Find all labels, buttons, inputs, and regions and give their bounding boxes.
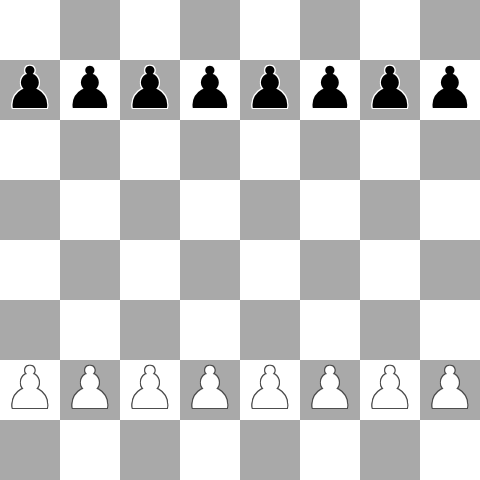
square-c1[interactable] bbox=[120, 420, 180, 480]
black-pawn[interactable]: ♟ bbox=[64, 58, 116, 118]
square-c2[interactable]: ♟ bbox=[120, 360, 180, 420]
square-e2[interactable]: ♟ bbox=[240, 360, 300, 420]
square-a7[interactable]: ♟ bbox=[0, 60, 60, 120]
square-h3[interactable] bbox=[420, 300, 480, 360]
black-pawn[interactable]: ♟ bbox=[424, 58, 476, 118]
white-pawn[interactable]: ♟ bbox=[64, 358, 116, 418]
square-h6[interactable] bbox=[420, 120, 480, 180]
black-pawn[interactable]: ♟ bbox=[244, 58, 296, 118]
square-d3[interactable] bbox=[180, 300, 240, 360]
square-f8[interactable] bbox=[300, 0, 360, 60]
square-b7[interactable]: ♟ bbox=[60, 60, 120, 120]
square-f7[interactable]: ♟ bbox=[300, 60, 360, 120]
square-a1[interactable] bbox=[0, 420, 60, 480]
square-a4[interactable] bbox=[0, 240, 60, 300]
square-e7[interactable]: ♟ bbox=[240, 60, 300, 120]
square-a2[interactable]: ♟ bbox=[0, 360, 60, 420]
square-b5[interactable] bbox=[60, 180, 120, 240]
square-g3[interactable] bbox=[360, 300, 420, 360]
square-b3[interactable] bbox=[60, 300, 120, 360]
square-f1[interactable] bbox=[300, 420, 360, 480]
square-c4[interactable] bbox=[120, 240, 180, 300]
square-e3[interactable] bbox=[240, 300, 300, 360]
square-b8[interactable] bbox=[60, 0, 120, 60]
square-e5[interactable] bbox=[240, 180, 300, 240]
square-f3[interactable] bbox=[300, 300, 360, 360]
black-pawn[interactable]: ♟ bbox=[124, 58, 176, 118]
square-d6[interactable] bbox=[180, 120, 240, 180]
square-d4[interactable] bbox=[180, 240, 240, 300]
square-g2[interactable]: ♟ bbox=[360, 360, 420, 420]
square-a3[interactable] bbox=[0, 300, 60, 360]
square-c5[interactable] bbox=[120, 180, 180, 240]
square-b4[interactable] bbox=[60, 240, 120, 300]
square-g7[interactable]: ♟ bbox=[360, 60, 420, 120]
white-pawn[interactable]: ♟ bbox=[424, 358, 476, 418]
square-c7[interactable]: ♟ bbox=[120, 60, 180, 120]
square-e1[interactable] bbox=[240, 420, 300, 480]
black-pawn[interactable]: ♟ bbox=[304, 58, 356, 118]
white-pawn[interactable]: ♟ bbox=[304, 358, 356, 418]
square-g1[interactable] bbox=[360, 420, 420, 480]
square-d8[interactable] bbox=[180, 0, 240, 60]
square-e6[interactable] bbox=[240, 120, 300, 180]
white-pawn[interactable]: ♟ bbox=[244, 358, 296, 418]
square-g6[interactable] bbox=[360, 120, 420, 180]
square-h4[interactable] bbox=[420, 240, 480, 300]
square-a8[interactable] bbox=[0, 0, 60, 60]
white-pawn[interactable]: ♟ bbox=[184, 358, 236, 418]
chess-board: ♟♟♟♟♟♟♟♟♟♟♟♟♟♟♟♟ bbox=[0, 0, 480, 480]
square-a5[interactable] bbox=[0, 180, 60, 240]
black-pawn[interactable]: ♟ bbox=[184, 58, 236, 118]
square-d1[interactable] bbox=[180, 420, 240, 480]
square-c3[interactable] bbox=[120, 300, 180, 360]
square-g5[interactable] bbox=[360, 180, 420, 240]
square-h5[interactable] bbox=[420, 180, 480, 240]
square-d7[interactable]: ♟ bbox=[180, 60, 240, 120]
white-pawn[interactable]: ♟ bbox=[364, 358, 416, 418]
white-pawn[interactable]: ♟ bbox=[124, 358, 176, 418]
white-pawn[interactable]: ♟ bbox=[4, 358, 56, 418]
square-h2[interactable]: ♟ bbox=[420, 360, 480, 420]
square-g4[interactable] bbox=[360, 240, 420, 300]
square-h7[interactable]: ♟ bbox=[420, 60, 480, 120]
square-h1[interactable] bbox=[420, 420, 480, 480]
square-h8[interactable] bbox=[420, 0, 480, 60]
square-g8[interactable] bbox=[360, 0, 420, 60]
square-c8[interactable] bbox=[120, 0, 180, 60]
square-a6[interactable] bbox=[0, 120, 60, 180]
square-f5[interactable] bbox=[300, 180, 360, 240]
square-e4[interactable] bbox=[240, 240, 300, 300]
square-d5[interactable] bbox=[180, 180, 240, 240]
black-pawn[interactable]: ♟ bbox=[364, 58, 416, 118]
square-b6[interactable] bbox=[60, 120, 120, 180]
black-pawn[interactable]: ♟ bbox=[4, 58, 56, 118]
square-d2[interactable]: ♟ bbox=[180, 360, 240, 420]
square-b1[interactable] bbox=[60, 420, 120, 480]
chess-board-container: ♟♟♟♟♟♟♟♟♟♟♟♟♟♟♟♟ bbox=[0, 0, 480, 480]
square-c6[interactable] bbox=[120, 120, 180, 180]
square-f4[interactable] bbox=[300, 240, 360, 300]
square-e8[interactable] bbox=[240, 0, 300, 60]
square-b2[interactable]: ♟ bbox=[60, 360, 120, 420]
square-f6[interactable] bbox=[300, 120, 360, 180]
square-f2[interactable]: ♟ bbox=[300, 360, 360, 420]
